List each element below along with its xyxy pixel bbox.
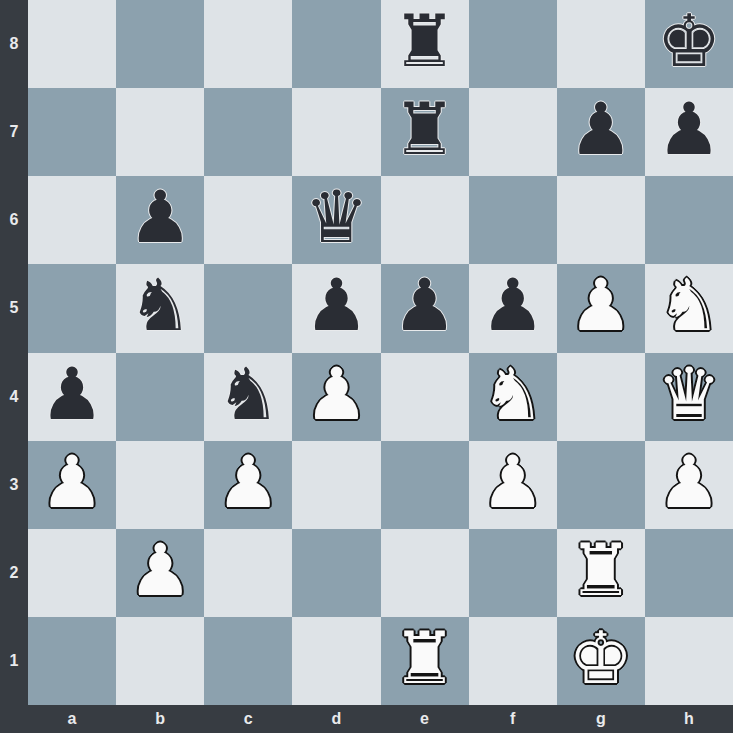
- square-a1[interactable]: [28, 617, 116, 705]
- square-g3[interactable]: [557, 441, 645, 529]
- white-knight[interactable]: ♞: [480, 358, 545, 430]
- square-h6[interactable]: [645, 176, 733, 264]
- square-h1[interactable]: [645, 617, 733, 705]
- square-c6[interactable]: [204, 176, 292, 264]
- black-rook[interactable]: ♜: [392, 5, 457, 77]
- file-label-e: e: [381, 705, 469, 733]
- square-a3[interactable]: ♟: [28, 441, 116, 529]
- black-knight[interactable]: ♞: [128, 269, 193, 341]
- file-label-f: f: [469, 705, 557, 733]
- square-a2[interactable]: [28, 529, 116, 617]
- square-e1[interactable]: ♜: [381, 617, 469, 705]
- square-f5[interactable]: ♟: [469, 264, 557, 352]
- file-label-h: h: [645, 705, 733, 733]
- black-queen[interactable]: ♛: [304, 181, 369, 253]
- square-a7[interactable]: [28, 88, 116, 176]
- square-b7[interactable]: [116, 88, 204, 176]
- square-e5[interactable]: ♟: [381, 264, 469, 352]
- chess-board-frame: 8♜♚7♜♟♟6♟♛5♞♟♟♟♟♞4♟♞♟♞♛3♟♟♟♟2♟♜1♜♚abcdef…: [0, 0, 733, 733]
- file-label-a: a: [28, 705, 116, 733]
- white-pawn[interactable]: ♟: [40, 446, 105, 518]
- white-pawn[interactable]: ♟: [657, 446, 722, 518]
- file-label-c: c: [204, 705, 292, 733]
- square-b8[interactable]: [116, 0, 204, 88]
- white-king[interactable]: ♚: [569, 622, 634, 694]
- square-c2[interactable]: [204, 529, 292, 617]
- file-label-d: d: [292, 705, 380, 733]
- square-h3[interactable]: ♟: [645, 441, 733, 529]
- square-d1[interactable]: [292, 617, 380, 705]
- square-d6[interactable]: ♛: [292, 176, 380, 264]
- square-d5[interactable]: ♟: [292, 264, 380, 352]
- square-g8[interactable]: [557, 0, 645, 88]
- white-pawn[interactable]: ♟: [304, 358, 369, 430]
- square-f7[interactable]: [469, 88, 557, 176]
- square-c3[interactable]: ♟: [204, 441, 292, 529]
- square-a8[interactable]: [28, 0, 116, 88]
- frame-corner: [0, 705, 28, 733]
- square-a5[interactable]: [28, 264, 116, 352]
- square-e6[interactable]: [381, 176, 469, 264]
- square-h7[interactable]: ♟: [645, 88, 733, 176]
- square-g7[interactable]: ♟: [557, 88, 645, 176]
- black-king[interactable]: ♚: [657, 5, 722, 77]
- square-c5[interactable]: [204, 264, 292, 352]
- square-f3[interactable]: ♟: [469, 441, 557, 529]
- black-pawn[interactable]: ♟: [480, 269, 545, 341]
- white-pawn[interactable]: ♟: [569, 269, 634, 341]
- square-c4[interactable]: ♞: [204, 353, 292, 441]
- square-d8[interactable]: [292, 0, 380, 88]
- rank-label-4: 4: [0, 353, 28, 441]
- rank-label-7: 7: [0, 88, 28, 176]
- black-pawn[interactable]: ♟: [304, 269, 369, 341]
- white-rook[interactable]: ♜: [392, 622, 457, 694]
- black-pawn[interactable]: ♟: [392, 269, 457, 341]
- square-b1[interactable]: [116, 617, 204, 705]
- square-a4[interactable]: ♟: [28, 353, 116, 441]
- square-e3[interactable]: [381, 441, 469, 529]
- square-d4[interactable]: ♟: [292, 353, 380, 441]
- rank-label-6: 6: [0, 176, 28, 264]
- square-c1[interactable]: [204, 617, 292, 705]
- black-pawn[interactable]: ♟: [657, 93, 722, 165]
- square-g4[interactable]: [557, 353, 645, 441]
- square-b3[interactable]: [116, 441, 204, 529]
- black-knight[interactable]: ♞: [216, 358, 281, 430]
- rank-label-8: 8: [0, 0, 28, 88]
- square-b6[interactable]: ♟: [116, 176, 204, 264]
- square-f6[interactable]: [469, 176, 557, 264]
- file-label-g: g: [557, 705, 645, 733]
- square-e2[interactable]: [381, 529, 469, 617]
- square-c8[interactable]: [204, 0, 292, 88]
- black-pawn[interactable]: ♟: [40, 358, 105, 430]
- rank-label-5: 5: [0, 264, 28, 352]
- square-g6[interactable]: [557, 176, 645, 264]
- square-f8[interactable]: [469, 0, 557, 88]
- white-rook[interactable]: ♜: [569, 534, 634, 606]
- square-d3[interactable]: [292, 441, 380, 529]
- square-h2[interactable]: [645, 529, 733, 617]
- square-a6[interactable]: [28, 176, 116, 264]
- square-c7[interactable]: [204, 88, 292, 176]
- black-pawn[interactable]: ♟: [569, 93, 634, 165]
- square-b5[interactable]: ♞: [116, 264, 204, 352]
- square-f2[interactable]: [469, 529, 557, 617]
- rank-label-3: 3: [0, 441, 28, 529]
- square-g5[interactable]: ♟: [557, 264, 645, 352]
- square-b4[interactable]: [116, 353, 204, 441]
- white-knight[interactable]: ♞: [657, 269, 722, 341]
- square-h4[interactable]: ♛: [645, 353, 733, 441]
- square-e7[interactable]: ♜: [381, 88, 469, 176]
- black-pawn[interactable]: ♟: [128, 181, 193, 253]
- square-f1[interactable]: [469, 617, 557, 705]
- white-queen[interactable]: ♛: [657, 358, 722, 430]
- square-h5[interactable]: ♞: [645, 264, 733, 352]
- square-e4[interactable]: [381, 353, 469, 441]
- rank-label-2: 2: [0, 529, 28, 617]
- square-h8[interactable]: ♚: [645, 0, 733, 88]
- white-pawn[interactable]: ♟: [128, 534, 193, 606]
- square-g1[interactable]: ♚: [557, 617, 645, 705]
- white-pawn[interactable]: ♟: [480, 446, 545, 518]
- square-d7[interactable]: [292, 88, 380, 176]
- rank-label-1: 1: [0, 617, 28, 705]
- square-f4[interactable]: ♞: [469, 353, 557, 441]
- file-label-b: b: [116, 705, 204, 733]
- black-rook[interactable]: ♜: [392, 93, 457, 165]
- square-e8[interactable]: ♜: [381, 0, 469, 88]
- square-g2[interactable]: ♜: [557, 529, 645, 617]
- white-pawn[interactable]: ♟: [216, 446, 281, 518]
- square-d2[interactable]: [292, 529, 380, 617]
- square-b2[interactable]: ♟: [116, 529, 204, 617]
